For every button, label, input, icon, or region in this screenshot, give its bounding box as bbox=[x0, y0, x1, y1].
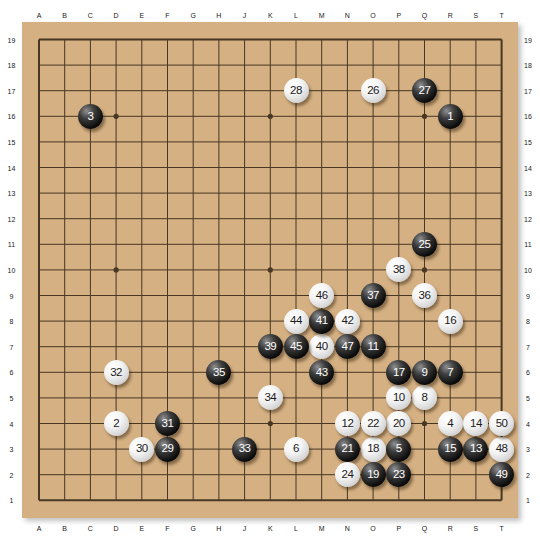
star-point bbox=[422, 421, 427, 426]
column-label: N bbox=[345, 525, 350, 532]
row-label: 13 bbox=[524, 190, 532, 197]
column-label: C bbox=[88, 525, 93, 532]
column-label: O bbox=[370, 12, 375, 19]
stone-white-N2[interactable]: 24 bbox=[335, 462, 360, 487]
stone-white-N4[interactable]: 12 bbox=[335, 411, 360, 436]
star-point bbox=[114, 267, 119, 272]
stone-move-number: 35 bbox=[213, 367, 225, 379]
stone-move-number: 18 bbox=[367, 443, 379, 455]
stone-white-Q9[interactable]: 36 bbox=[412, 283, 437, 308]
board-grid bbox=[0, 0, 540, 540]
column-label: G bbox=[190, 12, 195, 19]
stone-move-number: 29 bbox=[162, 443, 174, 455]
stone-move-number: 4 bbox=[447, 418, 453, 430]
stone-move-number: 41 bbox=[316, 315, 328, 327]
star-point bbox=[422, 267, 427, 272]
row-label: 12 bbox=[8, 215, 16, 222]
row-label: 8 bbox=[526, 318, 530, 325]
stone-move-number: 42 bbox=[341, 315, 353, 327]
row-label: 14 bbox=[8, 164, 16, 171]
stone-move-number: 43 bbox=[316, 367, 328, 379]
stone-white-N8[interactable]: 42 bbox=[335, 309, 360, 334]
stone-move-number: 7 bbox=[447, 367, 453, 379]
stone-move-number: 21 bbox=[341, 443, 353, 455]
row-label: 15 bbox=[524, 138, 532, 145]
stone-move-number: 31 bbox=[162, 418, 174, 430]
column-label: B bbox=[62, 12, 67, 19]
row-label: 18 bbox=[524, 62, 532, 69]
row-label: 19 bbox=[524, 36, 532, 43]
stone-black-F3[interactable]: 29 bbox=[155, 437, 180, 462]
stone-move-number: 26 bbox=[367, 85, 379, 97]
stone-move-number: 3 bbox=[87, 111, 93, 123]
stone-black-L7[interactable]: 45 bbox=[284, 334, 309, 359]
page: { "game": "go", "title": "Go game record… bbox=[0, 0, 540, 540]
row-label: 11 bbox=[8, 241, 15, 248]
stone-black-M8[interactable]: 41 bbox=[309, 309, 334, 334]
column-label: B bbox=[62, 525, 67, 532]
column-label: D bbox=[114, 525, 119, 532]
stone-move-number: 47 bbox=[341, 341, 353, 353]
stone-black-F4[interactable]: 31 bbox=[155, 411, 180, 436]
row-label: 3 bbox=[10, 446, 14, 453]
stone-move-number: 10 bbox=[393, 392, 405, 404]
stone-black-O2[interactable]: 19 bbox=[361, 462, 386, 487]
stone-white-O17[interactable]: 26 bbox=[361, 78, 386, 103]
stone-black-N3[interactable]: 21 bbox=[335, 437, 360, 462]
stone-white-O4[interactable]: 22 bbox=[361, 411, 386, 436]
stone-move-number: 25 bbox=[419, 239, 431, 251]
star-point bbox=[422, 114, 427, 119]
stone-move-number: 14 bbox=[470, 418, 482, 430]
column-label: K bbox=[268, 12, 273, 19]
stone-move-number: 8 bbox=[422, 392, 428, 404]
stone-move-number: 11 bbox=[368, 341, 379, 353]
stone-black-R16[interactable]: 1 bbox=[438, 104, 463, 129]
stone-move-number: 20 bbox=[393, 418, 405, 430]
stone-move-number: 48 bbox=[496, 443, 508, 455]
column-label: P bbox=[396, 12, 401, 19]
stone-move-number: 24 bbox=[341, 469, 353, 481]
column-label: H bbox=[216, 525, 221, 532]
column-label: L bbox=[294, 12, 298, 19]
column-label: G bbox=[190, 525, 195, 532]
stone-move-number: 22 bbox=[367, 418, 379, 430]
row-label: 4 bbox=[10, 420, 14, 427]
row-label: 19 bbox=[8, 36, 16, 43]
star-point bbox=[114, 114, 119, 119]
stone-white-D4[interactable]: 2 bbox=[104, 411, 129, 436]
stone-white-L3[interactable]: 6 bbox=[284, 437, 309, 462]
row-label: 9 bbox=[526, 292, 530, 299]
stone-black-O9[interactable]: 37 bbox=[361, 283, 386, 308]
column-label: T bbox=[499, 12, 503, 19]
row-label: 13 bbox=[8, 190, 16, 197]
stone-black-N7[interactable]: 47 bbox=[335, 334, 360, 359]
stone-black-M6[interactable]: 43 bbox=[309, 360, 334, 385]
stone-black-R3[interactable]: 15 bbox=[438, 437, 463, 462]
row-label: 15 bbox=[8, 138, 16, 145]
stone-black-J3[interactable]: 33 bbox=[232, 437, 257, 462]
star-point bbox=[268, 114, 273, 119]
stone-black-S3[interactable]: 13 bbox=[463, 437, 488, 462]
stone-move-number: 19 bbox=[367, 469, 379, 481]
row-label: 16 bbox=[524, 113, 532, 120]
stone-white-R8[interactable]: 16 bbox=[438, 309, 463, 334]
column-label: P bbox=[396, 525, 401, 532]
stone-white-R4[interactable]: 4 bbox=[438, 411, 463, 436]
column-label: J bbox=[243, 525, 247, 532]
row-label: 4 bbox=[526, 420, 530, 427]
row-label: 9 bbox=[10, 292, 14, 299]
column-label: Q bbox=[422, 12, 427, 19]
row-label: 2 bbox=[526, 471, 530, 478]
row-label: 12 bbox=[524, 215, 532, 222]
stone-move-number: 23 bbox=[393, 469, 405, 481]
stone-move-number: 44 bbox=[290, 315, 302, 327]
stone-black-K7[interactable]: 39 bbox=[258, 334, 283, 359]
column-label: E bbox=[139, 525, 144, 532]
column-label: M bbox=[319, 525, 325, 532]
row-label: 18 bbox=[8, 62, 16, 69]
column-label: J bbox=[243, 12, 247, 19]
row-label: 1 bbox=[526, 497, 530, 504]
stone-black-O7[interactable]: 11 bbox=[361, 334, 386, 359]
stone-move-number: 27 bbox=[419, 85, 431, 97]
stone-white-E3[interactable]: 30 bbox=[129, 437, 154, 462]
stone-black-Q11[interactable]: 25 bbox=[412, 232, 437, 257]
column-label: M bbox=[319, 12, 325, 19]
column-label: Q bbox=[422, 525, 427, 532]
column-label: L bbox=[294, 525, 298, 532]
column-label: H bbox=[216, 12, 221, 19]
column-label: S bbox=[474, 12, 479, 19]
row-label: 2 bbox=[10, 471, 14, 478]
stone-move-number: 33 bbox=[239, 443, 251, 455]
row-label: 8 bbox=[10, 318, 14, 325]
stone-move-number: 32 bbox=[110, 367, 122, 379]
stone-move-number: 28 bbox=[290, 85, 302, 97]
stone-white-T4[interactable]: 50 bbox=[489, 411, 514, 436]
row-label: 1 bbox=[10, 497, 14, 504]
stone-move-number: 46 bbox=[316, 290, 328, 302]
stone-white-O3[interactable]: 18 bbox=[361, 437, 386, 462]
column-label: F bbox=[165, 12, 169, 19]
star-point bbox=[268, 267, 273, 272]
row-label: 16 bbox=[8, 113, 16, 120]
stone-white-T3[interactable]: 48 bbox=[489, 437, 514, 462]
column-label: A bbox=[37, 525, 42, 532]
column-label: C bbox=[88, 12, 93, 19]
row-label: 17 bbox=[524, 87, 532, 94]
column-label: F bbox=[165, 525, 169, 532]
row-label: 7 bbox=[526, 343, 530, 350]
stone-move-number: 9 bbox=[422, 367, 428, 379]
row-label: 5 bbox=[10, 394, 14, 401]
row-label: 17 bbox=[8, 87, 16, 94]
stone-move-number: 5 bbox=[396, 443, 402, 455]
stone-move-number: 13 bbox=[470, 443, 482, 455]
stone-move-number: 2 bbox=[113, 418, 119, 430]
row-label: 6 bbox=[10, 369, 14, 376]
row-label: 7 bbox=[10, 343, 14, 350]
stone-move-number: 37 bbox=[367, 290, 379, 302]
column-label: R bbox=[448, 525, 453, 532]
star-point bbox=[268, 421, 273, 426]
column-label: O bbox=[370, 525, 375, 532]
stone-black-P6[interactable]: 17 bbox=[386, 360, 411, 385]
stone-move-number: 12 bbox=[341, 418, 353, 430]
stone-move-number: 36 bbox=[419, 290, 431, 302]
stone-white-L8[interactable]: 44 bbox=[284, 309, 309, 334]
stone-move-number: 40 bbox=[316, 341, 328, 353]
row-label: 10 bbox=[524, 266, 532, 273]
stone-move-number: 38 bbox=[393, 264, 405, 276]
row-label: 6 bbox=[526, 369, 530, 376]
row-label: 14 bbox=[524, 164, 532, 171]
column-label: R bbox=[448, 12, 453, 19]
stone-move-number: 45 bbox=[290, 341, 302, 353]
column-label: A bbox=[37, 12, 42, 19]
stone-move-number: 1 bbox=[447, 111, 453, 123]
stone-move-number: 49 bbox=[496, 469, 508, 481]
stone-move-number: 15 bbox=[444, 443, 456, 455]
column-label: T bbox=[499, 525, 503, 532]
stone-white-L17[interactable]: 28 bbox=[284, 78, 309, 103]
stone-move-number: 34 bbox=[264, 392, 276, 404]
stone-black-C16[interactable]: 3 bbox=[78, 104, 103, 129]
column-label: N bbox=[345, 12, 350, 19]
stone-move-number: 17 bbox=[393, 367, 405, 379]
row-label: 3 bbox=[526, 446, 530, 453]
row-label: 10 bbox=[8, 266, 16, 273]
column-label: S bbox=[474, 525, 479, 532]
column-label: D bbox=[114, 12, 119, 19]
column-label: K bbox=[268, 525, 273, 532]
stone-move-number: 16 bbox=[444, 315, 456, 327]
row-label: 5 bbox=[526, 394, 530, 401]
stone-white-D6[interactable]: 32 bbox=[104, 360, 129, 385]
stone-move-number: 50 bbox=[496, 418, 508, 430]
stone-black-P3[interactable]: 5 bbox=[386, 437, 411, 462]
stone-black-R6[interactable]: 7 bbox=[438, 360, 463, 385]
stone-move-number: 39 bbox=[264, 341, 276, 353]
column-label: E bbox=[139, 12, 144, 19]
stone-move-number: 30 bbox=[136, 443, 148, 455]
stone-black-Q6[interactable]: 9 bbox=[412, 360, 437, 385]
row-label: 11 bbox=[524, 241, 531, 248]
stone-move-number: 6 bbox=[293, 443, 299, 455]
